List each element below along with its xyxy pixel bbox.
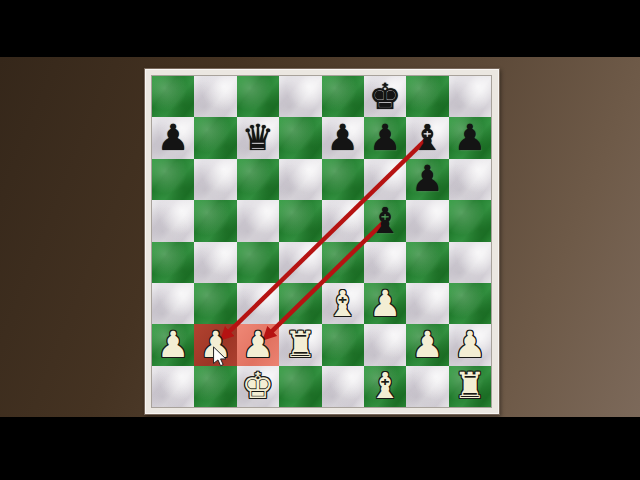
letterbox-top-bar bbox=[0, 0, 640, 57]
square-g3[interactable] bbox=[406, 283, 448, 324]
square-d1[interactable] bbox=[279, 366, 321, 407]
piece-black-bishop[interactable]: ♝ bbox=[369, 203, 401, 239]
square-e6[interactable] bbox=[322, 159, 364, 200]
square-e3[interactable]: ♝ bbox=[322, 283, 364, 324]
square-a5[interactable] bbox=[152, 200, 194, 241]
square-f1[interactable]: ♝ bbox=[364, 366, 406, 407]
square-g5[interactable] bbox=[406, 200, 448, 241]
square-e1[interactable] bbox=[322, 366, 364, 407]
square-c4[interactable] bbox=[237, 242, 279, 283]
square-f5[interactable]: ♝ bbox=[364, 200, 406, 241]
chess-board-frame: ♚♟♛♟♟♝♟♟♝♝♟♟♟♟♜♟♟♚♝♜ bbox=[144, 68, 500, 415]
square-b3[interactable] bbox=[194, 283, 236, 324]
piece-white-bishop[interactable]: ♝ bbox=[369, 368, 401, 404]
piece-black-king[interactable]: ♚ bbox=[369, 79, 401, 115]
piece-black-pawn[interactable]: ♟ bbox=[454, 120, 486, 156]
piece-white-pawn[interactable]: ♟ bbox=[199, 327, 231, 363]
square-f8[interactable]: ♚ bbox=[364, 76, 406, 117]
square-d7[interactable] bbox=[279, 117, 321, 158]
square-a1[interactable] bbox=[152, 366, 194, 407]
square-e4[interactable] bbox=[322, 242, 364, 283]
square-g8[interactable] bbox=[406, 76, 448, 117]
piece-white-pawn[interactable]: ♟ bbox=[242, 327, 274, 363]
square-d4[interactable] bbox=[279, 242, 321, 283]
square-a7[interactable]: ♟ bbox=[152, 117, 194, 158]
square-b7[interactable] bbox=[194, 117, 236, 158]
square-c7[interactable]: ♛ bbox=[237, 117, 279, 158]
square-h1[interactable]: ♜ bbox=[449, 366, 491, 407]
square-e2[interactable] bbox=[322, 324, 364, 365]
square-c1[interactable]: ♚ bbox=[237, 366, 279, 407]
piece-black-pawn[interactable]: ♟ bbox=[411, 161, 443, 197]
square-b4[interactable] bbox=[194, 242, 236, 283]
square-d8[interactable] bbox=[279, 76, 321, 117]
square-f7[interactable]: ♟ bbox=[364, 117, 406, 158]
square-c5[interactable] bbox=[237, 200, 279, 241]
square-g4[interactable] bbox=[406, 242, 448, 283]
square-h7[interactable]: ♟ bbox=[449, 117, 491, 158]
square-b6[interactable] bbox=[194, 159, 236, 200]
square-f6[interactable] bbox=[364, 159, 406, 200]
square-g6[interactable]: ♟ bbox=[406, 159, 448, 200]
piece-white-rook[interactable]: ♜ bbox=[284, 327, 316, 363]
piece-white-pawn[interactable]: ♟ bbox=[454, 327, 486, 363]
video-stage-background: ♚♟♛♟♟♝♟♟♝♝♟♟♟♟♜♟♟♚♝♜ bbox=[0, 57, 640, 417]
square-d2[interactable]: ♜ bbox=[279, 324, 321, 365]
square-d6[interactable] bbox=[279, 159, 321, 200]
square-h5[interactable] bbox=[449, 200, 491, 241]
square-h2[interactable]: ♟ bbox=[449, 324, 491, 365]
square-b8[interactable] bbox=[194, 76, 236, 117]
square-h4[interactable] bbox=[449, 242, 491, 283]
square-a4[interactable] bbox=[152, 242, 194, 283]
square-c3[interactable] bbox=[237, 283, 279, 324]
piece-white-pawn[interactable]: ♟ bbox=[157, 327, 189, 363]
piece-black-bishop[interactable]: ♝ bbox=[411, 120, 443, 156]
square-g7[interactable]: ♝ bbox=[406, 117, 448, 158]
square-e5[interactable] bbox=[322, 200, 364, 241]
square-a6[interactable] bbox=[152, 159, 194, 200]
square-g2[interactable]: ♟ bbox=[406, 324, 448, 365]
square-d5[interactable] bbox=[279, 200, 321, 241]
piece-white-bishop[interactable]: ♝ bbox=[327, 286, 359, 322]
square-e8[interactable] bbox=[322, 76, 364, 117]
square-h8[interactable] bbox=[449, 76, 491, 117]
square-h6[interactable] bbox=[449, 159, 491, 200]
square-h3[interactable] bbox=[449, 283, 491, 324]
square-a2[interactable]: ♟ bbox=[152, 324, 194, 365]
piece-black-pawn[interactable]: ♟ bbox=[327, 120, 359, 156]
piece-white-pawn[interactable]: ♟ bbox=[369, 286, 401, 322]
square-e7[interactable]: ♟ bbox=[322, 117, 364, 158]
piece-white-pawn[interactable]: ♟ bbox=[411, 327, 443, 363]
square-c6[interactable] bbox=[237, 159, 279, 200]
chess-board: ♚♟♛♟♟♝♟♟♝♝♟♟♟♟♜♟♟♚♝♜ bbox=[152, 76, 491, 407]
square-c8[interactable] bbox=[237, 76, 279, 117]
square-b1[interactable] bbox=[194, 366, 236, 407]
piece-white-rook[interactable]: ♜ bbox=[454, 368, 486, 404]
square-b2[interactable]: ♟ bbox=[194, 324, 236, 365]
square-f4[interactable] bbox=[364, 242, 406, 283]
square-c2[interactable]: ♟ bbox=[237, 324, 279, 365]
square-a3[interactable] bbox=[152, 283, 194, 324]
square-g1[interactable] bbox=[406, 366, 448, 407]
letterbox-bottom-bar bbox=[0, 417, 640, 480]
piece-white-king[interactable]: ♚ bbox=[242, 368, 274, 404]
piece-black-queen[interactable]: ♛ bbox=[242, 120, 274, 156]
square-d3[interactable] bbox=[279, 283, 321, 324]
square-f3[interactable]: ♟ bbox=[364, 283, 406, 324]
square-f2[interactable] bbox=[364, 324, 406, 365]
piece-black-pawn[interactable]: ♟ bbox=[369, 120, 401, 156]
square-b5[interactable] bbox=[194, 200, 236, 241]
piece-black-pawn[interactable]: ♟ bbox=[157, 120, 189, 156]
square-a8[interactable] bbox=[152, 76, 194, 117]
